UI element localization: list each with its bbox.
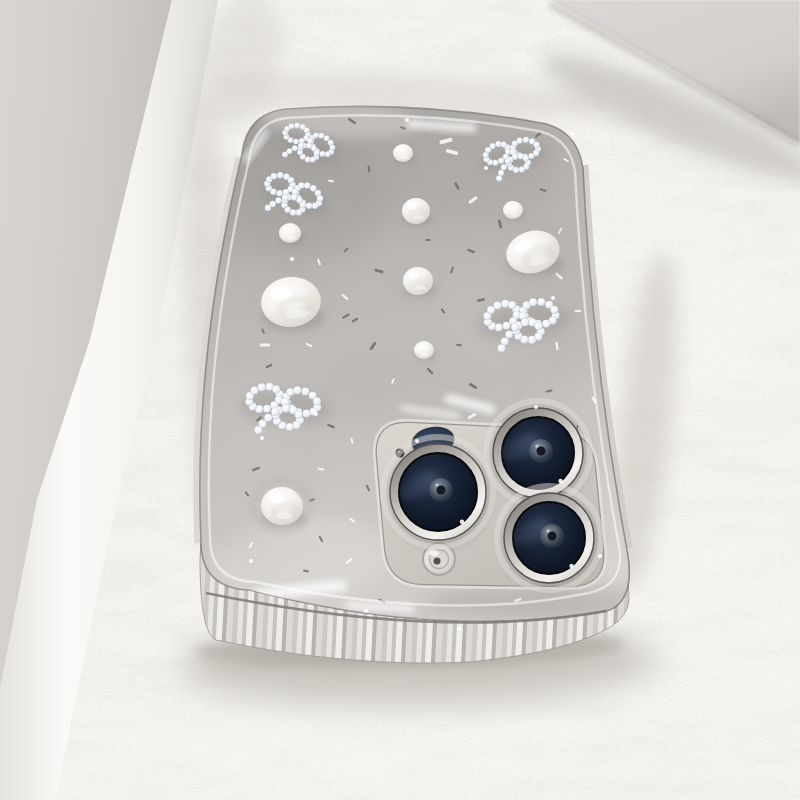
- sparkle-glint: [457, 627, 461, 631]
- lens-pupil-core: [537, 447, 546, 456]
- sparkle-glint: [364, 609, 368, 613]
- bow-bead: [498, 344, 506, 352]
- bow-bead: [528, 153, 534, 159]
- bow-bead: [306, 143, 312, 149]
- lens-speck: [535, 444, 539, 448]
- bow-bead: [512, 154, 518, 160]
- bow-bead: [298, 143, 304, 149]
- bow-bead: [313, 132, 319, 138]
- bow-bead: [330, 145, 336, 151]
- bow-bead: [325, 151, 331, 157]
- bow-bead: [498, 170, 504, 176]
- pearl-specular: [396, 147, 403, 151]
- bow-bead: [501, 141, 507, 147]
- camera-lens: [497, 486, 601, 590]
- bow-bead: [505, 158, 511, 164]
- sparkle-glint: [551, 296, 555, 300]
- bow-bead: [272, 385, 280, 393]
- bow-bead: [505, 330, 513, 338]
- ring-sparkle: [569, 564, 573, 568]
- pearl-specular: [283, 227, 290, 232]
- sparkle-glint: [260, 436, 264, 440]
- sparkle-glint: [290, 257, 294, 261]
- bow-bead: [282, 194, 289, 201]
- pearl-bounce-light: [422, 353, 430, 356]
- lens-speck: [546, 529, 550, 533]
- camera-module: [377, 401, 603, 590]
- bow-bead: [498, 158, 504, 164]
- bow-bead: [300, 202, 307, 209]
- sparkle-glint: [415, 439, 419, 443]
- pearl-bounce-light: [511, 213, 519, 216]
- pearl-bounce-light: [287, 236, 296, 240]
- bow-bead: [319, 151, 325, 157]
- bow-bead: [282, 405, 290, 413]
- foil-flake: [575, 310, 582, 312]
- photo-scene: [0, 0, 800, 800]
- bow-bead: [503, 322, 511, 330]
- bow-bead: [523, 155, 529, 161]
- pearl-specular: [417, 344, 424, 348]
- lens-pupil-core: [548, 532, 557, 541]
- bow-bead: [286, 423, 294, 431]
- bow-bead: [254, 426, 262, 434]
- bow-bead: [533, 142, 539, 148]
- camera-lens: [383, 437, 493, 547]
- pearl-specular: [407, 203, 417, 209]
- sparkle-glint: [534, 405, 538, 409]
- ring-sparkle: [460, 520, 464, 524]
- bow-bead: [264, 414, 272, 422]
- bow-bead: [312, 203, 319, 210]
- bow-bead: [306, 203, 313, 210]
- lens-pupil-core: [437, 486, 446, 495]
- bow-bead: [298, 182, 305, 189]
- flash-center-dot: [434, 558, 441, 565]
- pearl-body: [414, 341, 434, 359]
- bow-bead: [265, 205, 272, 212]
- bow-bead: [288, 177, 295, 184]
- bow-bead: [304, 127, 310, 133]
- bow-bead: [519, 166, 525, 172]
- bow-bead: [271, 408, 279, 416]
- bow-bead: [276, 190, 283, 197]
- bow-bead: [542, 320, 550, 328]
- bow-bead: [523, 137, 529, 143]
- bow-bead: [302, 410, 310, 418]
- bow-bead: [535, 322, 543, 330]
- bow-bead: [258, 383, 266, 391]
- bow-bead: [318, 133, 324, 139]
- sparkle-glint: [314, 412, 318, 416]
- bow-bead: [263, 405, 271, 413]
- bow-bead: [295, 411, 303, 419]
- sparkle-glint: [598, 554, 602, 558]
- pearl-body: [503, 201, 523, 219]
- bow-bead: [302, 387, 310, 395]
- bow-bead: [521, 318, 529, 326]
- bow-bead: [275, 197, 282, 204]
- bow-bead: [314, 150, 320, 156]
- bow-bead: [501, 164, 507, 170]
- foil-flake: [260, 344, 270, 347]
- bow-bead: [550, 306, 558, 314]
- bow-bead: [251, 387, 259, 395]
- bow-bead: [508, 301, 516, 309]
- pearl-bounce-light: [414, 285, 426, 290]
- bow-bead: [277, 172, 284, 179]
- ring-sparkle: [558, 479, 562, 483]
- pearl-specular: [506, 204, 513, 208]
- bow-bead: [537, 298, 545, 306]
- phone-case-photo: [0, 0, 800, 800]
- bow-bead: [282, 152, 288, 158]
- lens-speck: [435, 483, 439, 487]
- bow-bead: [291, 194, 298, 201]
- bow-bead: [494, 301, 502, 309]
- bow-bead: [293, 386, 301, 394]
- foil-flake: [426, 239, 431, 241]
- bow-bead: [490, 143, 496, 149]
- bow-bead: [529, 298, 537, 306]
- pearl-bounce-light: [413, 215, 424, 220]
- bow-bead: [288, 123, 294, 129]
- bow-bead: [294, 123, 300, 129]
- bow-bead: [304, 182, 311, 189]
- bow-bead: [292, 145, 298, 151]
- pearl-specular: [408, 272, 418, 279]
- sparkle-glint: [484, 166, 488, 170]
- bow-bead: [511, 323, 519, 331]
- flash-glint: [429, 550, 439, 556]
- pearl-body: [393, 144, 413, 162]
- bow-bead: [528, 336, 536, 344]
- bow-bead: [293, 139, 299, 145]
- pearl-bounce-light: [401, 156, 409, 159]
- bow-bead: [496, 175, 502, 181]
- bow-bead: [317, 195, 324, 202]
- pearl-body: [279, 223, 301, 243]
- bow-bead: [271, 173, 278, 180]
- bow-bead: [313, 397, 321, 405]
- sparkle-glint: [249, 559, 253, 563]
- sparkle-glint: [405, 118, 409, 122]
- sparkle-glint: [570, 132, 574, 136]
- bow-bead: [517, 138, 523, 144]
